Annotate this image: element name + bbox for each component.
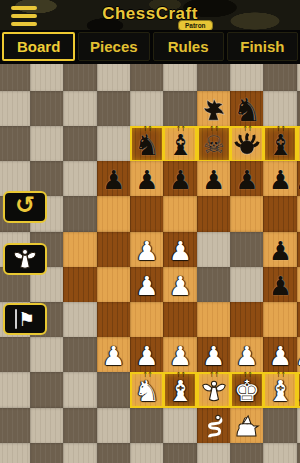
- white-pawn-piece: ♟: [102, 343, 125, 369]
- square-r1-c5[interactable]: [163, 91, 197, 127]
- black-pawn-piece: ♟: [235, 167, 258, 193]
- square-r3-c3[interactable]: ♟: [97, 161, 131, 197]
- black-nightmare-horse-piece: ♞: [233, 94, 262, 126]
- square-r10-c6[interactable]: [197, 408, 231, 444]
- square-r5-c2[interactable]: [63, 232, 97, 268]
- square-r11-c1[interactable]: [30, 443, 64, 463]
- square-r10-c0[interactable]: [0, 408, 31, 444]
- black-pawn-piece: ♟: [169, 167, 192, 193]
- square-r10-c5[interactable]: [163, 408, 197, 444]
- square-r1-c1[interactable]: [30, 91, 64, 127]
- white-pawn-piece: ♟: [169, 343, 192, 369]
- angel-wings-icon: [12, 246, 38, 272]
- black-pawn-piece: ♟: [202, 167, 225, 193]
- square-r11-c0[interactable]: [0, 443, 31, 463]
- square-r11-c6[interactable]: [197, 443, 231, 463]
- square-r5-c6[interactable]: [197, 232, 231, 268]
- square-r8-c6[interactable]: ♟: [197, 337, 231, 373]
- white-bishop-piece: ♝: [267, 377, 293, 406]
- square-r2-c9[interactable]: ♝: [297, 126, 300, 162]
- white-bishop-piece: ♝: [167, 377, 193, 406]
- square-r2-c5[interactable]: ♝: [163, 126, 197, 162]
- square-r6-c4[interactable]: ♟: [130, 267, 164, 303]
- square-r8-c4[interactable]: ♟: [130, 337, 164, 373]
- square-r5-c9[interactable]: [297, 232, 300, 268]
- square-r1-c6[interactable]: [197, 91, 231, 127]
- square-r10-c1[interactable]: [30, 408, 64, 444]
- square-r3-c9[interactable]: ♟: [297, 161, 300, 197]
- square-r3-c8[interactable]: ♟: [263, 161, 297, 197]
- square-r1-c3[interactable]: [97, 91, 131, 127]
- black-pawn-piece: ♟: [269, 238, 292, 264]
- square-r6-c9[interactable]: [297, 267, 300, 303]
- square-r10-c3[interactable]: [97, 408, 131, 444]
- square-r9-c5[interactable]: ♝: [163, 372, 197, 408]
- square-r1-c0[interactable]: [0, 91, 31, 127]
- square-r3-c4[interactable]: ♟: [130, 161, 164, 197]
- square-r7-c8[interactable]: [263, 302, 297, 338]
- square-r5-c3[interactable]: [97, 232, 131, 268]
- square-r4-c8[interactable]: [263, 196, 297, 232]
- tab-pieces[interactable]: Pieces: [78, 32, 149, 61]
- tab-rules[interactable]: Rules: [153, 32, 224, 61]
- square-r8-c9[interactable]: ♟: [297, 337, 300, 373]
- white-pawn-piece: ♟: [169, 238, 192, 264]
- square-r1-c7[interactable]: ♞: [230, 91, 264, 127]
- white-flag-icon: ⚑: [18, 310, 35, 329]
- square-r2-c7[interactable]: [230, 126, 264, 162]
- undo-arrow-icon: ↺: [15, 193, 35, 217]
- square-r8-c2[interactable]: [63, 337, 97, 373]
- square-r6-c3[interactable]: [97, 267, 131, 303]
- square-r9-c2[interactable]: [63, 372, 97, 408]
- square-r3-c7[interactable]: ♟: [230, 161, 264, 197]
- square-r2-c6[interactable]: ☠: [197, 126, 231, 162]
- tab-finish[interactable]: Finish: [227, 32, 298, 61]
- tab-board[interactable]: Board: [2, 32, 75, 61]
- square-r7-c5[interactable]: [163, 302, 197, 338]
- square-r6-c5[interactable]: ♟: [163, 267, 197, 303]
- square-r8-c5[interactable]: ♟: [163, 337, 197, 373]
- undo-button[interactable]: ↺: [3, 191, 47, 223]
- square-r2-c0[interactable]: [0, 126, 31, 162]
- square-r4-c9[interactable]: [297, 196, 300, 232]
- black-pawn-piece: ♟: [269, 273, 292, 299]
- square-r11-c9[interactable]: [297, 443, 300, 463]
- square-r9-c4[interactable]: ♞: [130, 372, 164, 408]
- square-r2-c1[interactable]: [30, 126, 64, 162]
- square-r8-c1[interactable]: [30, 337, 64, 373]
- white-pawn-piece: ♟: [135, 343, 158, 369]
- square-r5-c7[interactable]: [230, 232, 264, 268]
- resign-flag-button[interactable]: ⚑: [3, 303, 47, 335]
- chesscraft-app: ♞♞♝☠♝♝♟♟♟♟♟♟♟♟♟♟♟♟♟♟♟♟♟♟♟♟♞♝♚♝♝ ChessCra…: [0, 0, 300, 463]
- square-r2-c2[interactable]: [63, 126, 97, 162]
- square-r7-c4[interactable]: [130, 302, 164, 338]
- square-r1-c2[interactable]: [63, 91, 97, 127]
- square-r5-c5[interactable]: ♟: [163, 232, 197, 268]
- square-r6-c6[interactable]: [197, 267, 231, 303]
- app-title: ChessCraft: [0, 4, 300, 24]
- flag-pole: [15, 309, 17, 329]
- black-medusa-piece: [234, 132, 261, 159]
- square-r8-c0[interactable]: [0, 337, 31, 373]
- square-r8-c8[interactable]: ♟: [263, 337, 297, 373]
- black-bishop-piece: ♝: [167, 131, 193, 160]
- square-r1-c4[interactable]: [130, 91, 164, 127]
- white-pawn-piece: ♟: [235, 343, 258, 369]
- square-r8-c3[interactable]: ♟: [97, 337, 131, 373]
- square-r4-c2[interactable]: [63, 196, 97, 232]
- angel-piece-button[interactable]: [3, 243, 47, 275]
- square-r11-c5[interactable]: [163, 443, 197, 463]
- square-r4-c3[interactable]: [97, 196, 131, 232]
- square-r1-c9[interactable]: [297, 91, 300, 127]
- square-r2-c3[interactable]: [97, 126, 131, 162]
- white-pawn-piece: ♟: [202, 343, 225, 369]
- black-pawn-piece: ♟: [269, 167, 292, 193]
- square-r9-c8[interactable]: ♝: [263, 372, 297, 408]
- square-r10-c4[interactable]: [130, 408, 164, 444]
- white-pawn-piece: ♟: [169, 273, 192, 299]
- white-angel-piece: [200, 378, 227, 405]
- square-r8-c7[interactable]: ♟: [230, 337, 264, 373]
- square-r11-c8[interactable]: [263, 443, 297, 463]
- black-knight-piece: ♞: [134, 131, 160, 160]
- square-r11-c4[interactable]: [130, 443, 164, 463]
- square-r11-c3[interactable]: [97, 443, 131, 463]
- white-pawn-piece: ♟: [135, 238, 158, 264]
- black-dragon-piece: [200, 96, 227, 123]
- square-r4-c4[interactable]: [130, 196, 164, 232]
- square-r4-c7[interactable]: [230, 196, 264, 232]
- black-pawn-piece: ♟: [295, 167, 300, 193]
- square-r1-c8[interactable]: [263, 91, 297, 127]
- square-r3-c2[interactable]: [63, 161, 97, 197]
- square-r9-c3[interactable]: [97, 372, 131, 408]
- square-r6-c2[interactable]: [63, 267, 97, 303]
- square-r9-c6[interactable]: [197, 372, 231, 408]
- white-griffin-piece: [234, 413, 261, 440]
- square-r4-c6[interactable]: [197, 196, 231, 232]
- square-r9-c9[interactable]: ♝: [297, 372, 300, 408]
- square-r7-c6[interactable]: [197, 302, 231, 338]
- black-skeleton-piece: ☠: [203, 133, 225, 157]
- square-r5-c8[interactable]: ♟: [263, 232, 297, 268]
- square-r2-c4[interactable]: ♞: [130, 126, 164, 162]
- square-r10-c8[interactable]: [263, 408, 297, 444]
- square-r7-c3[interactable]: [97, 302, 131, 338]
- square-r10-c9[interactable]: [297, 408, 300, 444]
- square-r2-c8[interactable]: ♝: [263, 126, 297, 162]
- white-knight-piece: ♞: [134, 377, 160, 406]
- square-r6-c8[interactable]: ♟: [263, 267, 297, 303]
- square-r7-c7[interactable]: [230, 302, 264, 338]
- square-r3-c5[interactable]: ♟: [163, 161, 197, 197]
- square-r6-c7[interactable]: [230, 267, 264, 303]
- square-r7-c2[interactable]: [63, 302, 97, 338]
- square-r9-c7[interactable]: ♚: [230, 372, 264, 408]
- square-r3-c6[interactable]: ♟: [197, 161, 231, 197]
- square-r10-c2[interactable]: [63, 408, 97, 444]
- square-r4-c5[interactable]: [163, 196, 197, 232]
- board-editor-grid[interactable]: ♞♞♝☠♝♝♟♟♟♟♟♟♟♟♟♟♟♟♟♟♟♟♟♟♟♟♞♝♚♝♝: [0, 0, 300, 463]
- white-pawn-piece: ♟: [269, 343, 292, 369]
- black-pawn-piece: ♟: [135, 167, 158, 193]
- white-pawn-piece: ♟: [135, 273, 158, 299]
- tab-bar: Board Pieces Rules Finish: [0, 30, 300, 64]
- white-cobra-piece: [200, 413, 227, 440]
- white-king-piece: ♚: [234, 377, 260, 406]
- black-bishop-piece: ♝: [267, 131, 293, 160]
- title-bar: ChessCraft Patron: [0, 0, 300, 30]
- square-r11-c2[interactable]: [63, 443, 97, 463]
- square-r9-c1[interactable]: [30, 372, 64, 408]
- square-r7-c9[interactable]: [297, 302, 300, 338]
- black-pawn-piece: ♟: [102, 167, 125, 193]
- square-r11-c7[interactable]: [230, 443, 264, 463]
- square-r10-c7[interactable]: [230, 408, 264, 444]
- square-r5-c4[interactable]: ♟: [130, 232, 164, 268]
- white-pawn-piece: ♟: [295, 343, 300, 369]
- square-r9-c0[interactable]: [0, 372, 31, 408]
